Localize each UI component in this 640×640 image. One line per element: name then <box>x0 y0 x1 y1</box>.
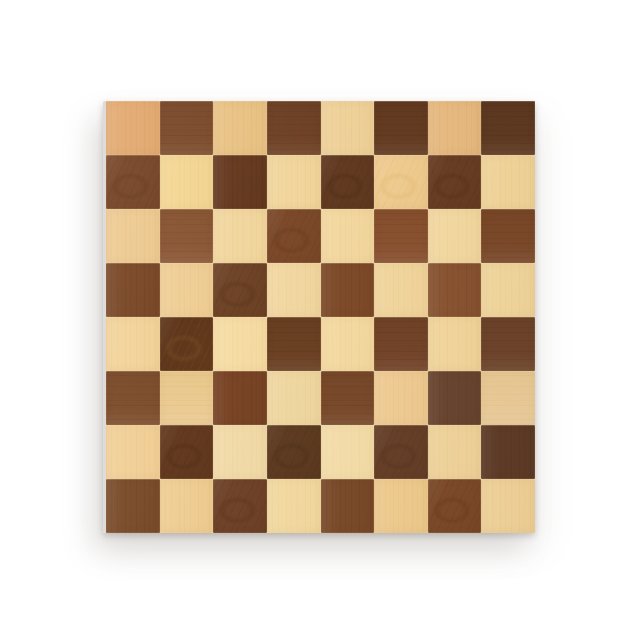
square-d2 <box>267 425 321 479</box>
square-d3 <box>267 371 321 425</box>
square-b4 <box>160 317 214 371</box>
square-g2 <box>428 425 482 479</box>
square-b5 <box>160 263 214 317</box>
square-d7 <box>267 155 321 209</box>
square-h3 <box>481 371 535 425</box>
square-c1 <box>213 479 267 533</box>
square-h7 <box>481 155 535 209</box>
square-g3 <box>428 371 482 425</box>
square-e7 <box>321 155 375 209</box>
square-h2 <box>481 425 535 479</box>
square-b1 <box>160 479 214 533</box>
square-a3 <box>106 371 160 425</box>
square-g7 <box>428 155 482 209</box>
square-d8 <box>267 101 321 155</box>
square-a8 <box>106 101 160 155</box>
square-b3 <box>160 371 214 425</box>
square-f3 <box>374 371 428 425</box>
square-a5 <box>106 263 160 317</box>
square-h4 <box>481 317 535 371</box>
chess-board <box>103 101 535 533</box>
square-c8 <box>213 101 267 155</box>
square-h5 <box>481 263 535 317</box>
square-c4 <box>213 317 267 371</box>
square-a1 <box>106 479 160 533</box>
square-g6 <box>428 209 482 263</box>
square-e8 <box>321 101 375 155</box>
square-e2 <box>321 425 375 479</box>
square-d5 <box>267 263 321 317</box>
square-f2 <box>374 425 428 479</box>
square-a7 <box>106 155 160 209</box>
square-a2 <box>106 425 160 479</box>
square-g5 <box>428 263 482 317</box>
square-e6 <box>321 209 375 263</box>
square-d6 <box>267 209 321 263</box>
square-f4 <box>374 317 428 371</box>
square-e4 <box>321 317 375 371</box>
square-b8 <box>160 101 214 155</box>
square-b7 <box>160 155 214 209</box>
square-f5 <box>374 263 428 317</box>
square-d1 <box>267 479 321 533</box>
photo-backdrop <box>0 0 640 640</box>
square-c3 <box>213 371 267 425</box>
square-f1 <box>374 479 428 533</box>
square-c2 <box>213 425 267 479</box>
square-c7 <box>213 155 267 209</box>
square-c6 <box>213 209 267 263</box>
square-f8 <box>374 101 428 155</box>
square-f7 <box>374 155 428 209</box>
square-b6 <box>160 209 214 263</box>
square-d4 <box>267 317 321 371</box>
square-e3 <box>321 371 375 425</box>
square-a6 <box>106 209 160 263</box>
square-c5 <box>213 263 267 317</box>
square-g1 <box>428 479 482 533</box>
square-a4 <box>106 317 160 371</box>
square-h8 <box>481 101 535 155</box>
square-b2 <box>160 425 214 479</box>
square-h6 <box>481 209 535 263</box>
square-e5 <box>321 263 375 317</box>
square-e1 <box>321 479 375 533</box>
square-f6 <box>374 209 428 263</box>
square-h1 <box>481 479 535 533</box>
square-g8 <box>428 101 482 155</box>
square-g4 <box>428 317 482 371</box>
